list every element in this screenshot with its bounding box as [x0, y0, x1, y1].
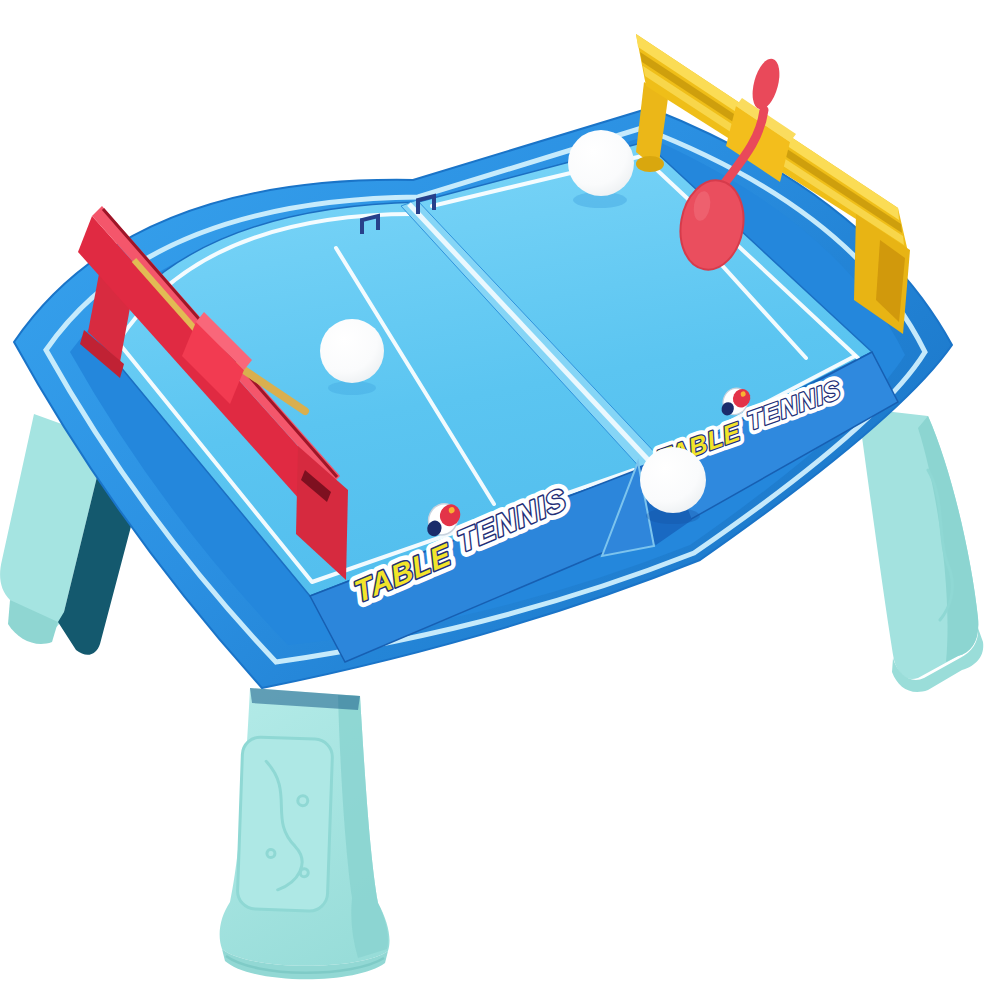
ball-3	[640, 447, 706, 513]
scene: TABLE TENNIS TABLE TENNIS TABLE TENNIS T…	[0, 0, 1000, 1000]
rear-right-leg	[858, 408, 983, 692]
product-photo-table-tennis-toy: TABLE TENNIS TABLE TENNIS TABLE TENNIS T…	[0, 0, 1000, 1000]
paddle-top-blade	[748, 56, 785, 112]
ball-2	[320, 319, 384, 383]
front-left-leg	[220, 688, 390, 979]
leg-emboss-panel	[237, 737, 333, 912]
ball-1	[568, 130, 634, 196]
